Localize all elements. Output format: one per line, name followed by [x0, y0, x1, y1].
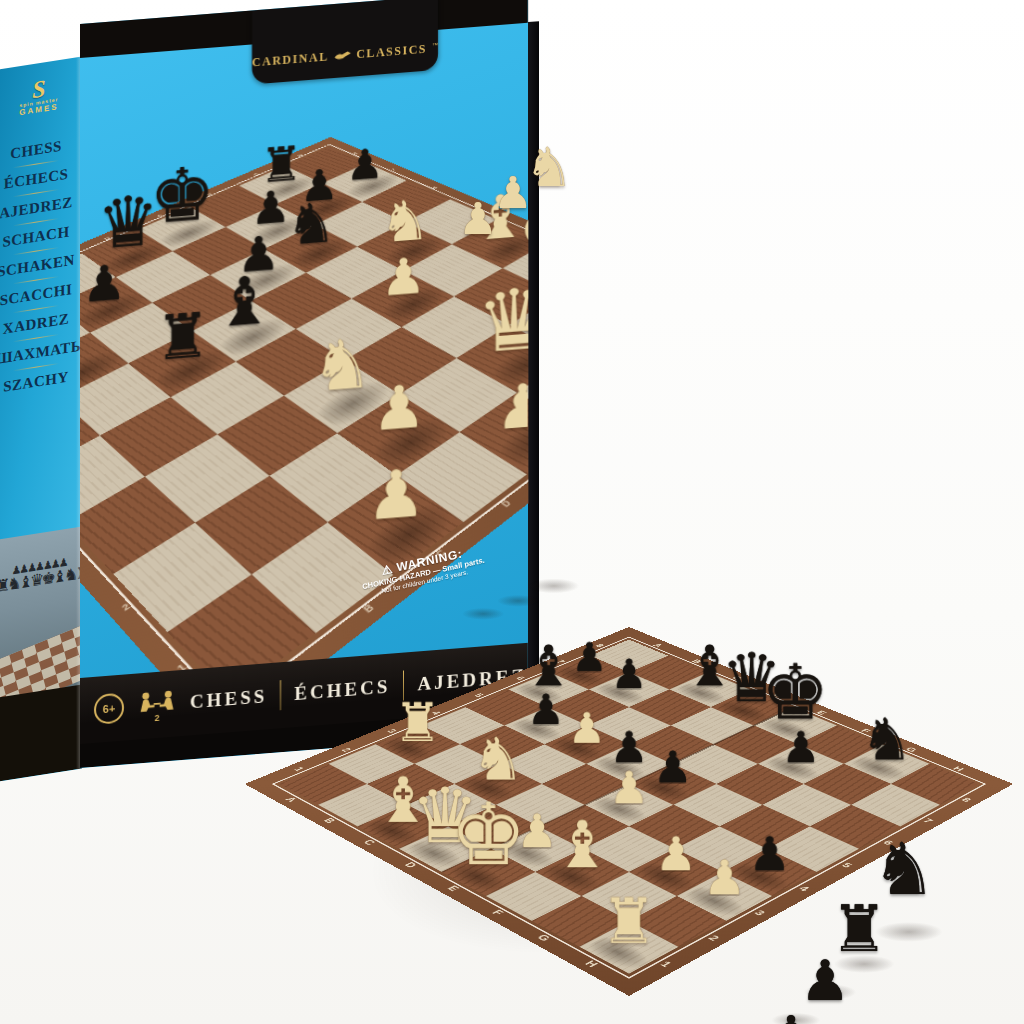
black-knight-offboard: ♞: [872, 833, 937, 931]
age-badge: 6+: [94, 693, 124, 725]
black-queen-d8: ♛: [96, 185, 158, 259]
black-knight-g8: ♞: [861, 711, 913, 769]
black-pawn-c7: ♟: [82, 258, 126, 310]
white-rook-a3: ♜: [394, 696, 442, 749]
brand-plaque: CARDINAL CLASSICS ™: [252, 0, 438, 84]
black-king-e8: ♚: [761, 654, 829, 730]
white-rook-h1: ♜: [601, 890, 657, 952]
band-title-0: CHESS: [190, 685, 267, 713]
white-bishop-f2: ♝: [553, 812, 611, 877]
white-knight-g5: ♞: [379, 192, 429, 252]
white-pawn-c1: ♟: [366, 460, 425, 531]
black-pawn-b5: ♟: [527, 688, 564, 730]
cardinal-bird-icon: [334, 49, 352, 63]
white-pawn-c5: ♟: [568, 707, 606, 749]
box-spine: S spin master GAMES CHESSÉCHECSAJEDREZSC…: [0, 56, 82, 782]
black-pawn-h7: ♟: [346, 143, 383, 187]
black-pawn-b6: ♟: [80, 314, 99, 371]
white-pawn-offboard: ♟: [458, 197, 497, 613]
white-pawn-g3: ♟: [655, 830, 697, 877]
players-count: 2: [138, 711, 176, 724]
white-knight-c3: ♞: [472, 730, 525, 789]
players-icon: 2: [138, 688, 176, 721]
black-pawn-h4: ♟: [748, 830, 790, 877]
band-divider: [280, 680, 281, 710]
black-pawn-e5: ♟: [653, 745, 692, 789]
white-knight-offboard: ♞: [525, 141, 573, 585]
black-pawn-b7: ♟: [611, 654, 647, 694]
black-rook-c5: ♜: [155, 304, 210, 369]
white-knight-d3: ♞: [311, 329, 373, 403]
spine-language-list: CHESSÉCHECSAJEDREZSCHACHSCHAKENSCACCHIXA…: [0, 129, 76, 402]
white-pawn-h3: ♟: [703, 853, 746, 901]
black-knight-f6: ♞: [286, 194, 336, 253]
white-pawn-d2: ♟: [371, 376, 424, 440]
brand-cardinal: CARDINAL: [252, 49, 329, 70]
black-pawn-a7: ♟: [572, 637, 608, 677]
spin-master-logo: S spin master GAMES: [0, 72, 82, 121]
spine-bottom-band: [0, 684, 82, 782]
white-pawn-f4: ♟: [380, 250, 425, 303]
brand-classics: CLASSICS: [356, 42, 427, 63]
black-pawn-f7: ♟: [250, 184, 289, 231]
spine-photo-strip: ♟♟♟♟♟♟♟ ♜♞♝♛♚♝♞♜: [0, 526, 82, 700]
black-pawn-f7: ♟: [781, 726, 820, 769]
trademark: ™: [432, 41, 438, 47]
band-title-1: ÉCHECS: [294, 676, 390, 706]
black-bishop-d5: ♝: [214, 266, 273, 337]
white-pawn-e4: ♟: [609, 765, 649, 809]
white-king-e1: ♚: [450, 791, 527, 877]
